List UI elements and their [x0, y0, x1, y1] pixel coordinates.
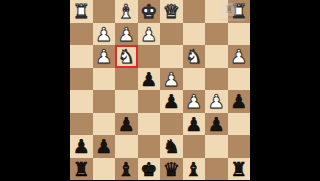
black-pawn-c6[interactable]: ♟: [185, 113, 202, 136]
square-f8[interactable]: ♝: [115, 158, 138, 181]
square-b1[interactable]: [205, 0, 228, 23]
square-g5[interactable]: [93, 90, 116, 113]
white-knight-f3[interactable]: ♞: [118, 45, 135, 68]
white-bishop-f1[interactable]: ♝: [118, 0, 135, 23]
black-knight-d7[interactable]: ♞: [163, 135, 180, 158]
black-pawn-a5[interactable]: ♟: [230, 90, 247, 113]
square-c8[interactable]: ♝: [183, 158, 206, 181]
square-d5[interactable]: ♟: [160, 90, 183, 113]
square-a1[interactable]: ♜: [228, 0, 251, 23]
square-b6[interactable]: ♟: [205, 113, 228, 136]
square-c6[interactable]: ♟: [183, 113, 206, 136]
square-c1[interactable]: [183, 0, 206, 23]
square-b2[interactable]: [205, 23, 228, 46]
square-e7[interactable]: [138, 135, 161, 158]
square-c7[interactable]: [183, 135, 206, 158]
square-f7[interactable]: [115, 135, 138, 158]
black-bishop-f8[interactable]: ♝: [118, 158, 135, 181]
black-pawn-g7[interactable]: ♟: [95, 135, 112, 158]
white-pawn-c5[interactable]: ♟: [185, 90, 202, 113]
square-c4[interactable]: [183, 68, 206, 91]
square-b8[interactable]: [205, 158, 228, 181]
square-f2[interactable]: ♟: [115, 23, 138, 46]
square-f6[interactable]: ♟: [115, 113, 138, 136]
square-b3[interactable]: [205, 45, 228, 68]
square-b7[interactable]: [205, 135, 228, 158]
square-c5[interactable]: ♟: [183, 90, 206, 113]
square-a7[interactable]: [228, 135, 251, 158]
white-rook-a1[interactable]: ♜: [230, 0, 247, 23]
white-pawn-b5[interactable]: ♟: [208, 90, 225, 113]
square-e2[interactable]: ♟: [138, 23, 161, 46]
white-queen-d1[interactable]: ♛: [163, 0, 180, 23]
square-h4[interactable]: [70, 68, 93, 91]
chess-board[interactable]: ♜♝♚♛♜♟♟♟♟♞♞♟♟♟♟♟♟♟♟♟♟♟♟♞♜♝♚♛♝♜: [70, 0, 250, 180]
white-pawn-g2[interactable]: ♟: [95, 23, 112, 46]
letterbox-right: [250, 0, 320, 180]
white-pawn-a3[interactable]: ♟: [230, 45, 247, 68]
square-d1[interactable]: ♛: [160, 0, 183, 23]
square-e6[interactable]: [138, 113, 161, 136]
white-rook-h1[interactable]: ♜: [73, 0, 90, 23]
square-f5[interactable]: [115, 90, 138, 113]
square-a6[interactable]: [228, 113, 251, 136]
square-a5[interactable]: ♟: [228, 90, 251, 113]
square-c3[interactable]: ♞: [183, 45, 206, 68]
square-c2[interactable]: [183, 23, 206, 46]
square-e1[interactable]: ♚: [138, 0, 161, 23]
square-b5[interactable]: ♟: [205, 90, 228, 113]
square-d3[interactable]: [160, 45, 183, 68]
square-g2[interactable]: ♟: [93, 23, 116, 46]
square-h1[interactable]: ♜: [70, 0, 93, 23]
square-d2[interactable]: [160, 23, 183, 46]
black-queen-d8[interactable]: ♛: [163, 158, 180, 181]
square-f3[interactable]: ♞: [115, 45, 138, 68]
white-knight-c3[interactable]: ♞: [185, 45, 202, 68]
square-e3[interactable]: [138, 45, 161, 68]
square-g6[interactable]: [93, 113, 116, 136]
black-pawn-d5[interactable]: ♟: [163, 90, 180, 113]
square-h7[interactable]: ♟: [70, 135, 93, 158]
square-h6[interactable]: [70, 113, 93, 136]
white-pawn-f2[interactable]: ♟: [118, 23, 135, 46]
square-a8[interactable]: ♜: [228, 158, 251, 181]
black-king-e8[interactable]: ♚: [140, 158, 157, 181]
square-g7[interactable]: ♟: [93, 135, 116, 158]
square-h5[interactable]: [70, 90, 93, 113]
square-e5[interactable]: [138, 90, 161, 113]
square-h8[interactable]: ♜: [70, 158, 93, 181]
white-pawn-g3[interactable]: ♟: [95, 45, 112, 68]
white-pawn-e2[interactable]: ♟: [140, 23, 157, 46]
letterbox-left: [0, 0, 70, 180]
square-d8[interactable]: ♛: [160, 158, 183, 181]
black-pawn-b6[interactable]: ♟: [208, 113, 225, 136]
square-h2[interactable]: [70, 23, 93, 46]
square-f1[interactable]: ♝: [115, 0, 138, 23]
square-b4[interactable]: [205, 68, 228, 91]
square-d7[interactable]: ♞: [160, 135, 183, 158]
square-g1[interactable]: [93, 0, 116, 23]
square-a2[interactable]: [228, 23, 251, 46]
black-pawn-h7[interactable]: ♟: [73, 135, 90, 158]
square-g8[interactable]: [93, 158, 116, 181]
square-h3[interactable]: [70, 45, 93, 68]
square-g4[interactable]: [93, 68, 116, 91]
square-e8[interactable]: ♚: [138, 158, 161, 181]
video-frame: ♜♝♚♛♜♟♟♟♟♞♞♟♟♟♟♟♟♟♟♟♟♟♟♞♜♝♚♛♝♜ ♜: [0, 0, 320, 180]
square-g3[interactable]: ♟: [93, 45, 116, 68]
white-pawn-d4[interactable]: ♟: [163, 68, 180, 91]
black-bishop-c8[interactable]: ♝: [185, 158, 202, 181]
black-pawn-f6[interactable]: ♟: [118, 113, 135, 136]
black-rook-a8[interactable]: ♜: [230, 158, 247, 181]
white-king-e1[interactable]: ♚: [140, 0, 157, 23]
square-d4[interactable]: ♟: [160, 68, 183, 91]
square-e4[interactable]: ♟: [138, 68, 161, 91]
black-rook-h8[interactable]: ♜: [73, 158, 90, 181]
black-pawn-e4[interactable]: ♟: [140, 68, 157, 91]
square-a4[interactable]: [228, 68, 251, 91]
square-f4[interactable]: [115, 68, 138, 91]
square-d6[interactable]: [160, 113, 183, 136]
square-a3[interactable]: ♟: [228, 45, 251, 68]
